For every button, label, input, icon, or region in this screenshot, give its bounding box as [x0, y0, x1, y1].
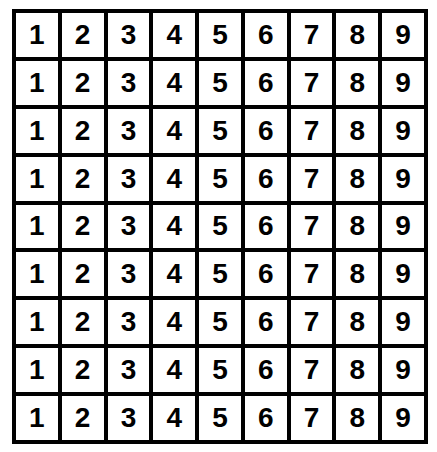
grid-cell-r6c2[interactable]: 2	[62, 252, 104, 296]
grid-cell-r7c4[interactable]: 4	[153, 300, 195, 344]
grid-cell-r7c9[interactable]: 9	[382, 300, 424, 344]
grid-cell-r9c3[interactable]: 3	[108, 396, 150, 440]
grid-cell-r2c9[interactable]: 9	[382, 61, 424, 105]
grid-cell-r2c6[interactable]: 6	[245, 61, 287, 105]
grid-cell-r3c6[interactable]: 6	[245, 109, 287, 153]
grid-cell-r1c7[interactable]: 7	[291, 13, 333, 57]
grid-cell-r7c8[interactable]: 8	[336, 300, 378, 344]
grid-cell-r5c4[interactable]: 4	[153, 205, 195, 249]
grid-cell-r7c5[interactable]: 5	[199, 300, 241, 344]
grid-cell-r2c8[interactable]: 8	[336, 61, 378, 105]
grid-cell-r6c9[interactable]: 9	[382, 252, 424, 296]
grid-cell-r2c1[interactable]: 1	[16, 61, 58, 105]
grid-cell-r8c6[interactable]: 6	[245, 348, 287, 392]
grid-cell-r1c4[interactable]: 4	[153, 13, 195, 57]
grid-cell-r7c2[interactable]: 2	[62, 300, 104, 344]
grid-cell-r5c6[interactable]: 6	[245, 205, 287, 249]
grid-cell-r4c2[interactable]: 2	[62, 157, 104, 201]
grid-cell-r9c4[interactable]: 4	[153, 396, 195, 440]
grid-cell-r8c4[interactable]: 4	[153, 348, 195, 392]
grid-cell-r5c1[interactable]: 1	[16, 205, 58, 249]
grid-cell-r3c1[interactable]: 1	[16, 109, 58, 153]
grid-cell-r1c1[interactable]: 1	[16, 13, 58, 57]
grid-cell-r3c2[interactable]: 2	[62, 109, 104, 153]
grid-cell-r9c9[interactable]: 9	[382, 396, 424, 440]
grid-cell-r9c8[interactable]: 8	[336, 396, 378, 440]
grid-cell-r6c5[interactable]: 5	[199, 252, 241, 296]
grid-cell-r8c7[interactable]: 7	[291, 348, 333, 392]
grid-cell-r8c9[interactable]: 9	[382, 348, 424, 392]
puzzle-page: 1234567891234567891234567891234567891234…	[0, 0, 437, 452]
grid-cell-r8c3[interactable]: 3	[108, 348, 150, 392]
grid-cell-r3c4[interactable]: 4	[153, 109, 195, 153]
grid-cell-r1c5[interactable]: 5	[199, 13, 241, 57]
grid-cell-r6c7[interactable]: 7	[291, 252, 333, 296]
grid-cell-r1c2[interactable]: 2	[62, 13, 104, 57]
grid-cell-r9c7[interactable]: 7	[291, 396, 333, 440]
grid-cell-r3c5[interactable]: 5	[199, 109, 241, 153]
grid-cell-r6c1[interactable]: 1	[16, 252, 58, 296]
grid-cell-r2c2[interactable]: 2	[62, 61, 104, 105]
grid-cell-r5c9[interactable]: 9	[382, 205, 424, 249]
grid-cell-r5c7[interactable]: 7	[291, 205, 333, 249]
grid-cell-r1c9[interactable]: 9	[382, 13, 424, 57]
grid-cell-r4c5[interactable]: 5	[199, 157, 241, 201]
grid-cell-r2c5[interactable]: 5	[199, 61, 241, 105]
number-grid: 1234567891234567891234567891234567891234…	[12, 9, 428, 444]
grid-cell-r8c1[interactable]: 1	[16, 348, 58, 392]
grid-cell-r3c3[interactable]: 3	[108, 109, 150, 153]
grid-cell-r2c4[interactable]: 4	[153, 61, 195, 105]
grid-cell-r3c9[interactable]: 9	[382, 109, 424, 153]
grid-cell-r4c1[interactable]: 1	[16, 157, 58, 201]
grid-cell-r7c3[interactable]: 3	[108, 300, 150, 344]
grid-cell-r7c6[interactable]: 6	[245, 300, 287, 344]
grid-cell-r6c4[interactable]: 4	[153, 252, 195, 296]
grid-cell-r8c5[interactable]: 5	[199, 348, 241, 392]
grid-cell-r5c5[interactable]: 5	[199, 205, 241, 249]
grid-cell-r8c8[interactable]: 8	[336, 348, 378, 392]
grid-cell-r9c6[interactable]: 6	[245, 396, 287, 440]
grid-cell-r5c3[interactable]: 3	[108, 205, 150, 249]
grid-cell-r6c6[interactable]: 6	[245, 252, 287, 296]
grid-cell-r1c8[interactable]: 8	[336, 13, 378, 57]
grid-cell-r4c6[interactable]: 6	[245, 157, 287, 201]
grid-cell-r2c7[interactable]: 7	[291, 61, 333, 105]
grid-cell-r7c1[interactable]: 1	[16, 300, 58, 344]
grid-cell-r1c6[interactable]: 6	[245, 13, 287, 57]
grid-cell-r7c7[interactable]: 7	[291, 300, 333, 344]
grid-cell-r9c5[interactable]: 5	[199, 396, 241, 440]
grid-cell-r4c9[interactable]: 9	[382, 157, 424, 201]
grid-cell-r3c7[interactable]: 7	[291, 109, 333, 153]
grid-cell-r4c3[interactable]: 3	[108, 157, 150, 201]
grid-cell-r6c8[interactable]: 8	[336, 252, 378, 296]
grid-cell-r5c8[interactable]: 8	[336, 205, 378, 249]
grid-cell-r4c7[interactable]: 7	[291, 157, 333, 201]
grid-cell-r5c2[interactable]: 2	[62, 205, 104, 249]
grid-cell-r2c3[interactable]: 3	[108, 61, 150, 105]
grid-cell-r4c8[interactable]: 8	[336, 157, 378, 201]
grid-cell-r4c4[interactable]: 4	[153, 157, 195, 201]
grid-cell-r3c8[interactable]: 8	[336, 109, 378, 153]
grid-cell-r8c2[interactable]: 2	[62, 348, 104, 392]
grid-cell-r1c3[interactable]: 3	[108, 13, 150, 57]
grid-cell-r9c1[interactable]: 1	[16, 396, 58, 440]
grid-cell-r9c2[interactable]: 2	[62, 396, 104, 440]
grid-cell-r6c3[interactable]: 3	[108, 252, 150, 296]
